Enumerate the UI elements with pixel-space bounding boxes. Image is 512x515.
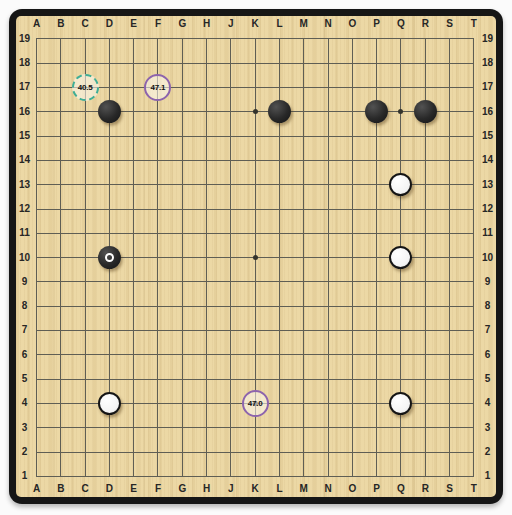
- intersection-H19[interactable]: [194, 27, 218, 51]
- intersection-E15[interactable]: [122, 124, 146, 148]
- intersection-G16[interactable]: [170, 100, 194, 124]
- intersection-P15[interactable]: [365, 124, 389, 148]
- intersection-S15[interactable]: [437, 124, 461, 148]
- intersection-J9[interactable]: [219, 270, 243, 294]
- intersection-O13[interactable]: [340, 173, 364, 197]
- intersection-H8[interactable]: [194, 294, 218, 318]
- intersection-A11[interactable]: [24, 221, 48, 245]
- intersection-K7[interactable]: [243, 318, 267, 342]
- intersection-F4[interactable]: [146, 391, 170, 415]
- intersection-L15[interactable]: [267, 124, 291, 148]
- intersection-O4[interactable]: [340, 391, 364, 415]
- intersection-R8[interactable]: [413, 294, 437, 318]
- intersection-N17[interactable]: [316, 75, 340, 99]
- intersection-P4[interactable]: [365, 391, 389, 415]
- intersection-F12[interactable]: [146, 197, 170, 221]
- intersection-A17[interactable]: [24, 75, 48, 99]
- intersection-P1[interactable]: [365, 464, 389, 488]
- intersection-T12[interactable]: [462, 197, 486, 221]
- intersection-B7[interactable]: [49, 318, 73, 342]
- intersection-T9[interactable]: [462, 270, 486, 294]
- intersection-H4[interactable]: [194, 391, 218, 415]
- intersection-N7[interactable]: [316, 318, 340, 342]
- intersection-N2[interactable]: [316, 440, 340, 464]
- intersection-C16[interactable]: [73, 100, 97, 124]
- intersection-A10[interactable]: [24, 246, 48, 270]
- intersection-O2[interactable]: [340, 440, 364, 464]
- intersection-G5[interactable]: [170, 367, 194, 391]
- intersection-O7[interactable]: [340, 318, 364, 342]
- intersection-M5[interactable]: [292, 367, 316, 391]
- intersection-B14[interactable]: [49, 148, 73, 172]
- intersection-E19[interactable]: [122, 27, 146, 51]
- intersection-P8[interactable]: [365, 294, 389, 318]
- intersection-L18[interactable]: [267, 51, 291, 75]
- intersection-P18[interactable]: [365, 51, 389, 75]
- intersection-S8[interactable]: [437, 294, 461, 318]
- intersection-Q6[interactable]: [389, 343, 413, 367]
- intersection-D9[interactable]: [97, 270, 121, 294]
- intersection-N16[interactable]: [316, 100, 340, 124]
- intersection-Q11[interactable]: [389, 221, 413, 245]
- intersection-K3[interactable]: [243, 416, 267, 440]
- intersection-C5[interactable]: [73, 367, 97, 391]
- intersection-A4[interactable]: [24, 391, 48, 415]
- intersection-S7[interactable]: [437, 318, 461, 342]
- intersection-T11[interactable]: [462, 221, 486, 245]
- intersection-H1[interactable]: [194, 464, 218, 488]
- intersection-C13[interactable]: [73, 173, 97, 197]
- intersection-O8[interactable]: [340, 294, 364, 318]
- intersection-O6[interactable]: [340, 343, 364, 367]
- intersection-T5[interactable]: [462, 367, 486, 391]
- intersection-D5[interactable]: [97, 367, 121, 391]
- intersection-B15[interactable]: [49, 124, 73, 148]
- intersection-C6[interactable]: [73, 343, 97, 367]
- intersection-Q12[interactable]: [389, 197, 413, 221]
- intersection-N6[interactable]: [316, 343, 340, 367]
- intersection-Q3[interactable]: [389, 416, 413, 440]
- intersection-G13[interactable]: [170, 173, 194, 197]
- intersection-M13[interactable]: [292, 173, 316, 197]
- intersection-J12[interactable]: [219, 197, 243, 221]
- intersection-D3[interactable]: [97, 416, 121, 440]
- intersection-H9[interactable]: [194, 270, 218, 294]
- intersection-E4[interactable]: [122, 391, 146, 415]
- intersection-C4[interactable]: [73, 391, 97, 415]
- intersection-D15[interactable]: [97, 124, 121, 148]
- intersection-G15[interactable]: [170, 124, 194, 148]
- intersection-L9[interactable]: [267, 270, 291, 294]
- intersection-Q2[interactable]: [389, 440, 413, 464]
- intersection-S19[interactable]: [437, 27, 461, 51]
- intersection-E14[interactable]: [122, 148, 146, 172]
- intersection-P14[interactable]: [365, 148, 389, 172]
- intersection-D11[interactable]: [97, 221, 121, 245]
- intersection-N12[interactable]: [316, 197, 340, 221]
- intersection-K12[interactable]: [243, 197, 267, 221]
- intersection-Q14[interactable]: [389, 148, 413, 172]
- intersection-L12[interactable]: [267, 197, 291, 221]
- intersection-A19[interactable]: [24, 27, 48, 51]
- intersection-J11[interactable]: [219, 221, 243, 245]
- intersection-T17[interactable]: [462, 75, 486, 99]
- intersection-K2[interactable]: [243, 440, 267, 464]
- intersection-D2[interactable]: [97, 440, 121, 464]
- intersection-C1[interactable]: [73, 464, 97, 488]
- intersection-Q5[interactable]: [389, 367, 413, 391]
- intersection-B13[interactable]: [49, 173, 73, 197]
- intersection-J4[interactable]: [219, 391, 243, 415]
- intersection-T18[interactable]: [462, 51, 486, 75]
- intersection-N19[interactable]: [316, 27, 340, 51]
- intersection-G18[interactable]: [170, 51, 194, 75]
- intersection-L8[interactable]: [267, 294, 291, 318]
- intersection-F2[interactable]: [146, 440, 170, 464]
- intersection-B17[interactable]: [49, 75, 73, 99]
- intersection-A13[interactable]: [24, 173, 48, 197]
- intersection-S14[interactable]: [437, 148, 461, 172]
- intersection-S17[interactable]: [437, 75, 461, 99]
- intersection-T13[interactable]: [462, 173, 486, 197]
- intersection-Q19[interactable]: [389, 27, 413, 51]
- intersection-F16[interactable]: [146, 100, 170, 124]
- intersection-C7[interactable]: [73, 318, 97, 342]
- intersection-A18[interactable]: [24, 51, 48, 75]
- intersection-N11[interactable]: [316, 221, 340, 245]
- intersection-G1[interactable]: [170, 464, 194, 488]
- intersection-O9[interactable]: [340, 270, 364, 294]
- intersection-S11[interactable]: [437, 221, 461, 245]
- intersection-K1[interactable]: [243, 464, 267, 488]
- intersection-L3[interactable]: [267, 416, 291, 440]
- intersection-A5[interactable]: [24, 367, 48, 391]
- intersection-K19[interactable]: [243, 27, 267, 51]
- intersection-K18[interactable]: [243, 51, 267, 75]
- intersection-S3[interactable]: [437, 416, 461, 440]
- intersection-J1[interactable]: [219, 464, 243, 488]
- intersection-H2[interactable]: [194, 440, 218, 464]
- intersection-A9[interactable]: [24, 270, 48, 294]
- intersection-L11[interactable]: [267, 221, 291, 245]
- intersection-B5[interactable]: [49, 367, 73, 391]
- intersection-Q7[interactable]: [389, 318, 413, 342]
- intersection-B8[interactable]: [49, 294, 73, 318]
- go-board[interactable]: ABCDEFGHJKLMNOPQRST ABCDEFGHJKLMNOPQRST …: [16, 16, 496, 497]
- intersection-P11[interactable]: [365, 221, 389, 245]
- intersection-R13[interactable]: [413, 173, 437, 197]
- intersection-M8[interactable]: [292, 294, 316, 318]
- intersection-J7[interactable]: [219, 318, 243, 342]
- intersection-C19[interactable]: [73, 27, 97, 51]
- intersection-F3[interactable]: [146, 416, 170, 440]
- intersection-E10[interactable]: [122, 246, 146, 270]
- intersection-F18[interactable]: [146, 51, 170, 75]
- intersection-O3[interactable]: [340, 416, 364, 440]
- intersection-G10[interactable]: [170, 246, 194, 270]
- intersection-C2[interactable]: [73, 440, 97, 464]
- intersection-K11[interactable]: [243, 221, 267, 245]
- intersection-D1[interactable]: [97, 464, 121, 488]
- intersection-D19[interactable]: [97, 27, 121, 51]
- intersection-M9[interactable]: [292, 270, 316, 294]
- intersection-P7[interactable]: [365, 318, 389, 342]
- intersection-J3[interactable]: [219, 416, 243, 440]
- intersection-N1[interactable]: [316, 464, 340, 488]
- intersection-N3[interactable]: [316, 416, 340, 440]
- intersection-R10[interactable]: [413, 246, 437, 270]
- intersection-S16[interactable]: [437, 100, 461, 124]
- intersection-B16[interactable]: [49, 100, 73, 124]
- intersection-R11[interactable]: [413, 221, 437, 245]
- intersection-F7[interactable]: [146, 318, 170, 342]
- intersection-S9[interactable]: [437, 270, 461, 294]
- intersection-N5[interactable]: [316, 367, 340, 391]
- intersection-O12[interactable]: [340, 197, 364, 221]
- intersection-D12[interactable]: [97, 197, 121, 221]
- intersection-G19[interactable]: [170, 27, 194, 51]
- intersection-M7[interactable]: [292, 318, 316, 342]
- intersection-P12[interactable]: [365, 197, 389, 221]
- intersection-H17[interactable]: [194, 75, 218, 99]
- intersection-S1[interactable]: [437, 464, 461, 488]
- intersection-K14[interactable]: [243, 148, 267, 172]
- intersection-C8[interactable]: [73, 294, 97, 318]
- intersection-R1[interactable]: [413, 464, 437, 488]
- intersection-H3[interactable]: [194, 416, 218, 440]
- move-hint-K4[interactable]: 47.0: [242, 390, 269, 417]
- intersection-J19[interactable]: [219, 27, 243, 51]
- intersection-C9[interactable]: [73, 270, 97, 294]
- intersection-R2[interactable]: [413, 440, 437, 464]
- intersection-O18[interactable]: [340, 51, 364, 75]
- intersection-E17[interactable]: [122, 75, 146, 99]
- intersection-N8[interactable]: [316, 294, 340, 318]
- intersection-L1[interactable]: [267, 464, 291, 488]
- intersection-B18[interactable]: [49, 51, 73, 75]
- intersection-E6[interactable]: [122, 343, 146, 367]
- intersection-R18[interactable]: [413, 51, 437, 75]
- intersection-C18[interactable]: [73, 51, 97, 75]
- intersection-M10[interactable]: [292, 246, 316, 270]
- intersection-H12[interactable]: [194, 197, 218, 221]
- intersection-O15[interactable]: [340, 124, 364, 148]
- intersection-T15[interactable]: [462, 124, 486, 148]
- intersection-C14[interactable]: [73, 148, 97, 172]
- intersection-D17[interactable]: [97, 75, 121, 99]
- intersection-C3[interactable]: [73, 416, 97, 440]
- intersection-T19[interactable]: [462, 27, 486, 51]
- intersection-K5[interactable]: [243, 367, 267, 391]
- intersection-R9[interactable]: [413, 270, 437, 294]
- intersection-P13[interactable]: [365, 173, 389, 197]
- intersection-G7[interactable]: [170, 318, 194, 342]
- intersection-T3[interactable]: [462, 416, 486, 440]
- intersection-P2[interactable]: [365, 440, 389, 464]
- intersection-A8[interactable]: [24, 294, 48, 318]
- intersection-G14[interactable]: [170, 148, 194, 172]
- intersection-J14[interactable]: [219, 148, 243, 172]
- intersection-J5[interactable]: [219, 367, 243, 391]
- intersection-S18[interactable]: [437, 51, 461, 75]
- intersection-N10[interactable]: [316, 246, 340, 270]
- intersection-M3[interactable]: [292, 416, 316, 440]
- intersection-E7[interactable]: [122, 318, 146, 342]
- intersection-O16[interactable]: [340, 100, 364, 124]
- intersection-E1[interactable]: [122, 464, 146, 488]
- intersection-E9[interactable]: [122, 270, 146, 294]
- intersection-B3[interactable]: [49, 416, 73, 440]
- intersection-R6[interactable]: [413, 343, 437, 367]
- intersection-F11[interactable]: [146, 221, 170, 245]
- intersection-Q9[interactable]: [389, 270, 413, 294]
- intersection-Q17[interactable]: [389, 75, 413, 99]
- intersection-R17[interactable]: [413, 75, 437, 99]
- intersection-H18[interactable]: [194, 51, 218, 75]
- intersection-M14[interactable]: [292, 148, 316, 172]
- intersection-J8[interactable]: [219, 294, 243, 318]
- intersection-L7[interactable]: [267, 318, 291, 342]
- intersection-L10[interactable]: [267, 246, 291, 270]
- intersection-E5[interactable]: [122, 367, 146, 391]
- intersection-M11[interactable]: [292, 221, 316, 245]
- intersection-N18[interactable]: [316, 51, 340, 75]
- intersection-R7[interactable]: [413, 318, 437, 342]
- intersection-B1[interactable]: [49, 464, 73, 488]
- intersection-E13[interactable]: [122, 173, 146, 197]
- intersection-C15[interactable]: [73, 124, 97, 148]
- intersection-S12[interactable]: [437, 197, 461, 221]
- intersection-T16[interactable]: [462, 100, 486, 124]
- intersection-F13[interactable]: [146, 173, 170, 197]
- intersection-S6[interactable]: [437, 343, 461, 367]
- intersection-G2[interactable]: [170, 440, 194, 464]
- intersection-L5[interactable]: [267, 367, 291, 391]
- intersection-A1[interactable]: [24, 464, 48, 488]
- intersection-R19[interactable]: [413, 27, 437, 51]
- intersection-F15[interactable]: [146, 124, 170, 148]
- intersection-H6[interactable]: [194, 343, 218, 367]
- intersection-K15[interactable]: [243, 124, 267, 148]
- intersection-B2[interactable]: [49, 440, 73, 464]
- intersection-A14[interactable]: [24, 148, 48, 172]
- intersection-F10[interactable]: [146, 246, 170, 270]
- intersection-R3[interactable]: [413, 416, 437, 440]
- intersection-A15[interactable]: [24, 124, 48, 148]
- intersection-P6[interactable]: [365, 343, 389, 367]
- intersection-E18[interactable]: [122, 51, 146, 75]
- intersection-C10[interactable]: [73, 246, 97, 270]
- intersection-B11[interactable]: [49, 221, 73, 245]
- intersection-M12[interactable]: [292, 197, 316, 221]
- intersection-F5[interactable]: [146, 367, 170, 391]
- intersection-L13[interactable]: [267, 173, 291, 197]
- intersection-J16[interactable]: [219, 100, 243, 124]
- intersection-K9[interactable]: [243, 270, 267, 294]
- intersection-M15[interactable]: [292, 124, 316, 148]
- intersection-D18[interactable]: [97, 51, 121, 75]
- intersection-F6[interactable]: [146, 343, 170, 367]
- intersection-B9[interactable]: [49, 270, 73, 294]
- intersection-N14[interactable]: [316, 148, 340, 172]
- intersection-P19[interactable]: [365, 27, 389, 51]
- intersection-C12[interactable]: [73, 197, 97, 221]
- intersection-M19[interactable]: [292, 27, 316, 51]
- intersection-L2[interactable]: [267, 440, 291, 464]
- intersection-D6[interactable]: [97, 343, 121, 367]
- intersection-O1[interactable]: [340, 464, 364, 488]
- intersection-L17[interactable]: [267, 75, 291, 99]
- intersection-G3[interactable]: [170, 416, 194, 440]
- intersection-G8[interactable]: [170, 294, 194, 318]
- intersection-T1[interactable]: [462, 464, 486, 488]
- intersection-K13[interactable]: [243, 173, 267, 197]
- intersection-F1[interactable]: [146, 464, 170, 488]
- intersection-J18[interactable]: [219, 51, 243, 75]
- intersection-M18[interactable]: [292, 51, 316, 75]
- intersection-D8[interactable]: [97, 294, 121, 318]
- intersection-R12[interactable]: [413, 197, 437, 221]
- intersection-T7[interactable]: [462, 318, 486, 342]
- intersection-P5[interactable]: [365, 367, 389, 391]
- intersection-E2[interactable]: [122, 440, 146, 464]
- intersection-J17[interactable]: [219, 75, 243, 99]
- intersection-S10[interactable]: [437, 246, 461, 270]
- intersection-E16[interactable]: [122, 100, 146, 124]
- intersection-S2[interactable]: [437, 440, 461, 464]
- intersection-G6[interactable]: [170, 343, 194, 367]
- intersection-G11[interactable]: [170, 221, 194, 245]
- move-hint-C17[interactable]: 40.5: [72, 74, 99, 101]
- intersection-H15[interactable]: [194, 124, 218, 148]
- intersection-H13[interactable]: [194, 173, 218, 197]
- intersection-H14[interactable]: [194, 148, 218, 172]
- intersection-N13[interactable]: [316, 173, 340, 197]
- intersection-J10[interactable]: [219, 246, 243, 270]
- intersection-T14[interactable]: [462, 148, 486, 172]
- intersection-L14[interactable]: [267, 148, 291, 172]
- intersection-D7[interactable]: [97, 318, 121, 342]
- intersection-H10[interactable]: [194, 246, 218, 270]
- intersection-P3[interactable]: [365, 416, 389, 440]
- intersection-G17[interactable]: [170, 75, 194, 99]
- intersection-S5[interactable]: [437, 367, 461, 391]
- intersection-O14[interactable]: [340, 148, 364, 172]
- intersection-H11[interactable]: [194, 221, 218, 245]
- intersection-O5[interactable]: [340, 367, 364, 391]
- intersection-B19[interactable]: [49, 27, 73, 51]
- intersection-M17[interactable]: [292, 75, 316, 99]
- intersection-A7[interactable]: [24, 318, 48, 342]
- intersection-F19[interactable]: [146, 27, 170, 51]
- intersection-Q15[interactable]: [389, 124, 413, 148]
- intersection-D14[interactable]: [97, 148, 121, 172]
- intersection-O10[interactable]: [340, 246, 364, 270]
- board-grid[interactable]: 40.547.147.0: [24, 27, 486, 489]
- intersection-B6[interactable]: [49, 343, 73, 367]
- intersection-H16[interactable]: [194, 100, 218, 124]
- intersection-H7[interactable]: [194, 318, 218, 342]
- intersection-L19[interactable]: [267, 27, 291, 51]
- intersection-E8[interactable]: [122, 294, 146, 318]
- intersection-S4[interactable]: [437, 391, 461, 415]
- intersection-J15[interactable]: [219, 124, 243, 148]
- intersection-K8[interactable]: [243, 294, 267, 318]
- intersection-P10[interactable]: [365, 246, 389, 270]
- intersection-T4[interactable]: [462, 391, 486, 415]
- intersection-T6[interactable]: [462, 343, 486, 367]
- intersection-A12[interactable]: [24, 197, 48, 221]
